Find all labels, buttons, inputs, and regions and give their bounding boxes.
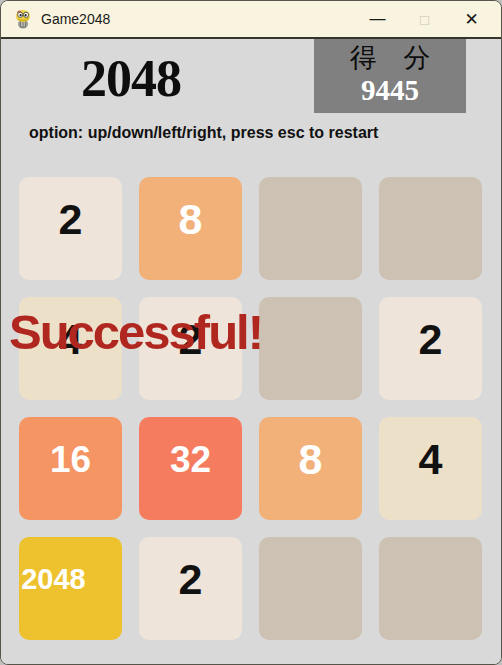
title-bar[interactable]: Game2048 — □ ✕ <box>1 1 501 37</box>
score-box: 得 分 9445 <box>314 39 466 113</box>
score-value: 9445 <box>314 74 466 107</box>
tile-number: 2 <box>59 198 83 241</box>
game-area: 2048 得 分 9445 option: up/down/left/right… <box>1 39 501 665</box>
tile-2-r2c4: 2 <box>379 297 482 400</box>
tile-number: 8 <box>179 198 203 241</box>
instruction-text: option: up/down/left/right, press esc to… <box>29 124 378 142</box>
app-window: Game2048 — □ ✕ 2048 得 分 9445 option: up/… <box>0 0 502 665</box>
board-grid: 2842216328420482 <box>19 177 482 640</box>
empty-cell-r1c4 <box>379 177 482 280</box>
empty-cell-r4c3 <box>259 537 362 640</box>
python-app-icon <box>13 9 33 29</box>
tile-number: 16 <box>50 441 91 478</box>
empty-cell-r1c3 <box>259 177 362 280</box>
tile-2-r1c1: 2 <box>19 177 122 280</box>
tile-8-r3c3: 8 <box>259 417 362 520</box>
tile-number: 2 <box>419 318 443 361</box>
tile-2-r4c2: 2 <box>139 537 242 640</box>
tile-2048-r4c1: 2048 <box>19 537 122 640</box>
tile-32-r3c2: 32 <box>139 417 242 520</box>
empty-cell-r4c4 <box>379 537 482 640</box>
tile-number: 8 <box>299 438 323 481</box>
tile-number: 2048 <box>21 565 86 594</box>
maximize-button[interactable]: □ <box>401 1 448 37</box>
tile-number: 32 <box>170 441 211 478</box>
empty-cell-r2c3 <box>259 297 362 400</box>
minimize-button[interactable]: — <box>354 1 401 37</box>
success-banner: Successful! <box>9 304 262 360</box>
tile-16-r3c1: 16 <box>19 417 122 520</box>
window-title: Game2048 <box>41 11 110 27</box>
tile-number: 2 <box>179 558 203 601</box>
game-logo: 2048 <box>31 49 231 108</box>
tile-number: 4 <box>419 438 443 481</box>
tile-8-r1c2: 8 <box>139 177 242 280</box>
window-controls: — □ ✕ <box>354 1 501 37</box>
tile-4-r3c4: 4 <box>379 417 482 520</box>
score-label: 得 分 <box>314 40 466 76</box>
close-button[interactable]: ✕ <box>448 1 495 37</box>
